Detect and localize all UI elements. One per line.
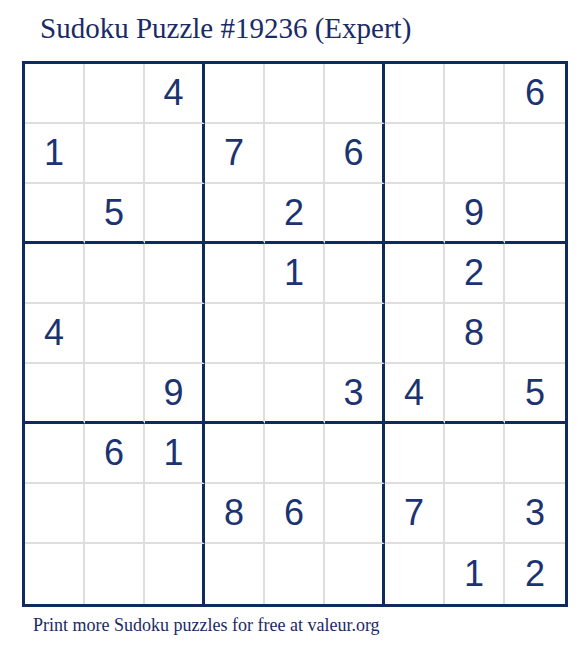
cell-r8c1[interactable] — [25, 484, 85, 544]
cell-r1c6[interactable] — [325, 64, 385, 124]
cell-r1c3[interactable]: 4 — [145, 64, 205, 124]
cell-r7c3[interactable]: 1 — [145, 424, 205, 484]
cell-r5c7[interactable] — [385, 304, 445, 364]
cell-r4c7[interactable] — [385, 244, 445, 304]
cell-r5c4[interactable] — [205, 304, 265, 364]
cell-r2c5[interactable] — [265, 124, 325, 184]
cell-r7c6[interactable] — [325, 424, 385, 484]
cell-r6c7[interactable]: 4 — [385, 364, 445, 424]
cell-r3c6[interactable] — [325, 184, 385, 244]
cell-r9c6[interactable] — [325, 544, 385, 604]
cell-r9c3[interactable] — [145, 544, 205, 604]
cell-r9c2[interactable] — [85, 544, 145, 604]
cell-r4c6[interactable] — [325, 244, 385, 304]
cell-r8c3[interactable] — [145, 484, 205, 544]
cell-r7c1[interactable] — [25, 424, 85, 484]
cell-r9c9[interactable]: 2 — [505, 544, 565, 604]
cell-r8c4[interactable]: 8 — [205, 484, 265, 544]
cell-r1c7[interactable] — [385, 64, 445, 124]
cell-r7c5[interactable] — [265, 424, 325, 484]
cell-r9c1[interactable] — [25, 544, 85, 604]
cell-r3c3[interactable] — [145, 184, 205, 244]
cell-r5c1[interactable]: 4 — [25, 304, 85, 364]
cell-r1c1[interactable] — [25, 64, 85, 124]
cell-r2c8[interactable] — [445, 124, 505, 184]
cell-r3c4[interactable] — [205, 184, 265, 244]
cell-r9c8[interactable]: 1 — [445, 544, 505, 604]
cell-r7c2[interactable]: 6 — [85, 424, 145, 484]
page-title: Sudoku Puzzle #19236 (Expert) — [40, 12, 411, 45]
cell-r3c9[interactable] — [505, 184, 565, 244]
cell-r1c8[interactable] — [445, 64, 505, 124]
cell-r5c6[interactable] — [325, 304, 385, 364]
sudoku-page: Sudoku Puzzle #19236 (Expert) 4617652912… — [0, 0, 580, 651]
cell-r7c9[interactable] — [505, 424, 565, 484]
cell-r6c9[interactable]: 5 — [505, 364, 565, 424]
cell-r6c6[interactable]: 3 — [325, 364, 385, 424]
cell-r5c2[interactable] — [85, 304, 145, 364]
cell-r8c5[interactable]: 6 — [265, 484, 325, 544]
cell-r6c4[interactable] — [205, 364, 265, 424]
cell-r1c2[interactable] — [85, 64, 145, 124]
cell-r8c6[interactable] — [325, 484, 385, 544]
cell-r5c8[interactable]: 8 — [445, 304, 505, 364]
cell-r5c3[interactable] — [145, 304, 205, 364]
cell-r2c1[interactable]: 1 — [25, 124, 85, 184]
cell-r4c1[interactable] — [25, 244, 85, 304]
cell-r2c2[interactable] — [85, 124, 145, 184]
cell-r8c9[interactable]: 3 — [505, 484, 565, 544]
cell-r2c3[interactable] — [145, 124, 205, 184]
cell-r9c5[interactable] — [265, 544, 325, 604]
cell-r6c8[interactable] — [445, 364, 505, 424]
cell-r8c2[interactable] — [85, 484, 145, 544]
cell-r4c5[interactable]: 1 — [265, 244, 325, 304]
cell-r1c5[interactable] — [265, 64, 325, 124]
cell-r8c7[interactable]: 7 — [385, 484, 445, 544]
cell-r6c3[interactable]: 9 — [145, 364, 205, 424]
cell-r6c1[interactable] — [25, 364, 85, 424]
cell-r4c8[interactable]: 2 — [445, 244, 505, 304]
cell-r9c7[interactable] — [385, 544, 445, 604]
cell-r4c9[interactable] — [505, 244, 565, 304]
cell-r2c6[interactable]: 6 — [325, 124, 385, 184]
cell-r9c4[interactable] — [205, 544, 265, 604]
cell-r2c9[interactable] — [505, 124, 565, 184]
cell-r7c8[interactable] — [445, 424, 505, 484]
footer-text: Print more Sudoku puzzles for free at va… — [33, 615, 380, 636]
cell-r5c5[interactable] — [265, 304, 325, 364]
cell-r8c8[interactable] — [445, 484, 505, 544]
cell-r1c9[interactable]: 6 — [505, 64, 565, 124]
cell-r1c4[interactable] — [205, 64, 265, 124]
cell-r5c9[interactable] — [505, 304, 565, 364]
cell-r4c4[interactable] — [205, 244, 265, 304]
cell-r7c7[interactable] — [385, 424, 445, 484]
cell-r4c3[interactable] — [145, 244, 205, 304]
cell-r7c4[interactable] — [205, 424, 265, 484]
cell-r3c8[interactable]: 9 — [445, 184, 505, 244]
cell-r3c7[interactable] — [385, 184, 445, 244]
cell-r3c1[interactable] — [25, 184, 85, 244]
cell-r3c2[interactable]: 5 — [85, 184, 145, 244]
cell-r6c5[interactable] — [265, 364, 325, 424]
cell-r3c5[interactable]: 2 — [265, 184, 325, 244]
sudoku-board: 461765291248934561867312 — [22, 61, 568, 607]
cell-r4c2[interactable] — [85, 244, 145, 304]
cell-r6c2[interactable] — [85, 364, 145, 424]
cell-r2c4[interactable]: 7 — [205, 124, 265, 184]
cell-r2c7[interactable] — [385, 124, 445, 184]
